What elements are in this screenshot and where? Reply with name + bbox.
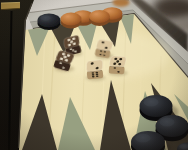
backgammon-photo: [0, 0, 188, 150]
board-scene-svg: [0, 0, 188, 150]
photo-vignette: [0, 0, 188, 150]
